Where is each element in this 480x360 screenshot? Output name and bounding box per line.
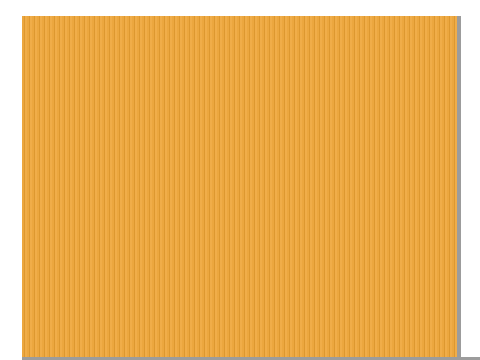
go-board[interactable] (22, 16, 457, 360)
board-edge-shadow-right (457, 16, 461, 360)
go-diagram (0, 0, 480, 360)
